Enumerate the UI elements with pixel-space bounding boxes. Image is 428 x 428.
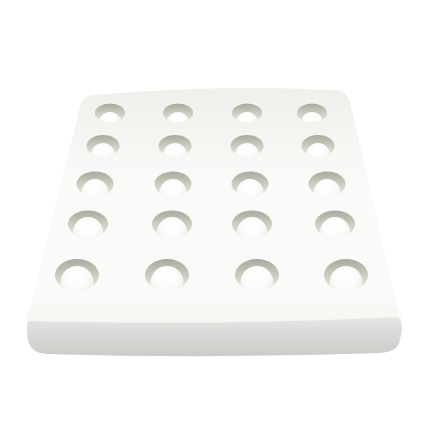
tray-front-face [27,317,402,356]
ball-tray-scene [0,0,428,428]
photo-stage [0,0,428,428]
